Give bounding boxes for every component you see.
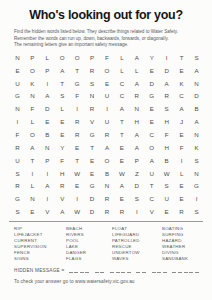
grid-cell: D [85,205,100,218]
grid-cell: A [159,77,174,90]
grid-cell: L [55,102,70,115]
grid-cell: A [174,102,189,115]
grid-cell: G [70,77,85,90]
grid-cell: E [55,115,70,128]
hidden-message-row: HIDDEN MESSAGE = [14,267,204,273]
grid-cell: S [159,179,174,192]
grid-cell: O [25,128,40,141]
answer-blank [121,267,125,273]
grid-cell: E [70,141,85,154]
grid-cell: D [85,192,100,205]
grid-cell: I [129,205,144,218]
grid-cell: N [189,77,204,90]
grid-cell: E [114,154,129,167]
grid-cell: V [144,205,159,218]
grid-cell: O [25,64,40,77]
grid-cell: E [144,64,159,77]
answer-blank [127,267,131,273]
grid-cell: P [129,154,144,167]
answer-blank [172,267,176,273]
instructions-line-3: The remaining letters give an important … [14,42,204,49]
answer-blank-group [172,267,200,273]
answer-blank [69,267,73,273]
grid-cell: I [10,115,25,128]
grid-cell: T [25,154,40,167]
grid-cell: O [100,64,115,77]
grid-cell: C [174,90,189,103]
grid-cell: L [174,167,189,180]
grid-cell: G [144,90,159,103]
grid-cell: A [55,205,70,218]
grid-cell: N [25,90,40,103]
answer-blank [116,267,120,273]
answer-blank [189,267,193,273]
grid-cell: R [129,90,144,103]
grid-cell: B [189,102,204,115]
answer-blank-group [95,267,106,273]
grid-cell: R [10,179,25,192]
grid-cell: N [10,51,25,64]
grid-cell: R [159,90,174,103]
grid-cell: S [159,102,174,115]
grid-cell: K [189,141,204,154]
grid-cell: C [144,128,159,141]
grid-cell: H [159,115,174,128]
word-search-grid: NPLOOPFLAYITSEOPATROLLEDEAUKITGSECADAKNG… [10,51,204,218]
answer-blank [163,267,167,273]
grid-cell: A [55,64,70,77]
grid-cell: E [70,179,85,192]
grid-cell: T [55,77,70,90]
answer-blank [195,267,199,273]
divider [9,221,203,222]
grid-cell: J [174,115,189,128]
grid-cell: C [144,192,159,205]
grid-cell: A [129,51,144,64]
grid-cell: P [85,51,100,64]
grid-cell: E [144,102,159,115]
grid-cell: G [189,179,204,192]
grid-cell: E [174,128,189,141]
word-list-column: BEACHRIVERSPOOLLAKEDANGERFLAGS [66,226,112,263]
grid-cell: F [174,141,189,154]
grid-cell: R [85,102,100,115]
grid-cell: E [114,141,129,154]
grid-cell: F [100,51,115,64]
answer-blanks [69,267,205,273]
grid-cell: V [85,115,100,128]
grid-cell: S [129,192,144,205]
grid-cell: I [40,167,55,180]
grid-cell: U [159,192,174,205]
word-list-column: BOATINGSURFINGHAZARDWEATHERDIVINGSANDBAN… [162,226,206,263]
grid-cell: I [25,167,40,180]
grid-cell: Y [55,141,70,154]
grid-cell: R [70,128,85,141]
grid-cell: W [159,167,174,180]
grid-cell: A [189,115,204,128]
grid-cell: T [70,154,85,167]
grid-cell: U [10,154,25,167]
grid-cell: F [159,128,174,141]
grid-cell: U [100,90,115,103]
grid-cell: H [159,141,174,154]
grid-cell: I [174,154,189,167]
grid-cell: O [70,51,85,64]
word-list-column: RIPLIFEJACKETCURRENTSUPERVISIONFENCESIGN… [14,226,66,263]
grid-cell: N [189,128,204,141]
grid-cell: R [70,115,85,128]
grid-cell: N [189,167,204,180]
grid-cell: D [159,64,174,77]
grid-cell: G [85,128,100,141]
answer-blank [100,267,104,273]
grid-cell: E [174,64,189,77]
grid-cell: P [40,154,55,167]
grid-cell: Y [144,51,159,64]
word-list: RIPLIFEJACKETCURRENTSUPERVISIONFENCESIGN… [14,226,206,263]
answer-blank [157,267,161,273]
grid-cell: L [25,179,40,192]
grid-cell: P [25,51,40,64]
instructions: Find the hidden words listed below. They… [14,29,204,49]
answer-blank [85,267,89,273]
word-list-column: FLOATLIFEGUARDPATROLLEDRESCUEUNDERTOWWAV… [112,226,162,263]
answer-blank [142,267,146,273]
grid-cell: T [85,141,100,154]
grid-cell: S [55,90,70,103]
grid-cell: R [114,205,129,218]
page-title: Who's looking out for you? [4,7,208,22]
grid-cell: C [114,77,129,90]
grid-cell: H [129,115,144,128]
grid-cell: I [40,77,55,90]
grid-cell: Z [129,167,144,180]
grid-cell: A [40,179,55,192]
grid-cell: T [70,64,85,77]
grid-cell: T [114,128,129,141]
grid-cell: G [10,192,25,205]
grid-cell: F [55,154,70,167]
instructions-line-2: Remember the words can run up, down, bac… [14,36,204,43]
grid-cell: E [40,115,55,128]
grid-cell: A [114,102,129,115]
grid-cell: G [85,179,100,192]
grid-cell: P [40,64,55,77]
grid-cell: E [85,167,100,180]
grid-cell: E [85,154,100,167]
answer-blank [136,267,140,273]
grid-cell: S [10,205,25,218]
grid-cell: N [100,179,115,192]
grid-cell: S [10,167,25,180]
grid-cell: R [10,141,25,154]
grid-cell: E [25,205,40,218]
word-list-item: SIGNS [14,256,66,262]
grid-cell: O [100,154,115,167]
answer-blank [110,267,114,273]
grid-cell: W [114,167,129,180]
grid-cell: L [40,51,55,64]
grid-cell: I [189,192,204,205]
grid-cell: T [144,179,159,192]
grid-cell: E [55,128,70,141]
grid-cell: I [159,51,174,64]
answer-blank-group [69,267,91,273]
grid-cell: N [40,141,55,154]
grid-cell: I [40,192,55,205]
grid-cell: D [129,179,144,192]
grid-cell: E [10,64,25,77]
word-list-item: SANDBANK [162,256,206,262]
grid-cell: R [55,179,70,192]
grid-cell: L [114,51,129,64]
grid-cell: E [159,205,174,218]
grid-cell: V [40,205,55,218]
grid-cell: L [25,115,40,128]
grid-cell: B [159,154,174,167]
grid-cell: A [129,128,144,141]
grid-cell: N [85,90,100,103]
word-list-item: FLAGS [66,256,112,262]
grid-cell: R [85,64,100,77]
grid-cell: D [189,90,204,103]
answer-blank [178,267,182,273]
answer-blank [95,267,99,273]
grid-cell: W [70,205,85,218]
grid-cell: E [174,192,189,205]
grid-cell: N [129,102,144,115]
answer-blank [80,267,84,273]
grid-cell: O [144,141,159,154]
grid-cell: K [25,77,40,90]
grid-cell: A [114,179,129,192]
grid-cell: A [40,90,55,103]
grid-cell: E [114,192,129,205]
grid-cell: L [114,64,129,77]
grid-cell: E [174,179,189,192]
answer-blank [184,267,188,273]
grid-cell: L [129,64,144,77]
answer-blank [74,267,78,273]
grid-cell: K [174,77,189,90]
grid-cell: C [114,90,129,103]
grid-cell: T [174,51,189,64]
grid-cell: E [144,115,159,128]
grid-cell: V [55,192,70,205]
grid-cell: S [189,205,204,218]
grid-cell: U [144,167,159,180]
answer-blank [152,267,156,273]
grid-cell: U [100,115,115,128]
grid-cell: R [100,128,115,141]
grid-cell: I [70,102,85,115]
instructions-line-1: Find the hidden words listed below. They… [14,29,204,36]
grid-cell: I [100,102,115,115]
grid-cell: R [100,192,115,205]
grid-cell: D [144,77,159,90]
grid-cell: A [144,154,159,167]
grid-cell: R [174,205,189,218]
grid-cell: A [189,64,204,77]
hidden-message-label: HIDDEN MESSAGE = [14,268,65,273]
grid-cell: F [70,90,85,103]
grid-cell: W [70,167,85,180]
grid-cell: N [10,102,25,115]
grid-cell: A [100,141,115,154]
word-list-item: WAVES [112,256,162,262]
footer-note: To check your answer go to www.watersafe… [14,279,135,284]
answer-blank-group [136,267,147,273]
grid-cell: A [25,141,40,154]
grid-cell: E [100,77,115,90]
grid-cell: S [85,77,100,90]
grid-cell: D [40,102,55,115]
answer-blank-group [110,267,132,273]
grid-cell: T [114,115,129,128]
grid-cell: R [100,205,115,218]
grid-cell: F [10,128,25,141]
grid-cell: A [129,77,144,90]
answer-blank-group [152,267,169,273]
grid-cell: B [40,128,55,141]
grid-cell: U [10,77,25,90]
grid-cell: S [189,154,204,167]
grid-cell: S [189,51,204,64]
grid-cell: G [10,90,25,103]
grid-cell: H [55,167,70,180]
grid-cell: O [55,51,70,64]
grid-cell: A [129,141,144,154]
grid-cell: F [25,102,40,115]
grid-cell: B [100,167,115,180]
grid-cell: I [70,192,85,205]
grid-cell: N [25,192,40,205]
